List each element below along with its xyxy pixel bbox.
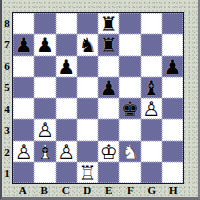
square-d2[interactable] [77, 141, 98, 162]
file-label-c: C [55, 183, 77, 196]
square-b6[interactable] [34, 56, 55, 77]
rank-label-1: 1 [2, 163, 12, 185]
square-h8[interactable] [162, 13, 183, 34]
square-c8[interactable] [56, 13, 77, 34]
square-a6[interactable] [13, 56, 34, 77]
white-bishop-glyph: ♗ [35, 142, 54, 161]
square-d7[interactable]: ♞ [77, 34, 98, 55]
file-label-a: A [12, 183, 34, 196]
square-a5[interactable] [13, 77, 34, 98]
black-bishop-glyph: ♝ [142, 78, 161, 97]
square-d1[interactable]: ♜♖ [77, 162, 98, 183]
white-pawn-glyph: ♙ [142, 99, 161, 118]
square-h6[interactable]: ♟ [162, 56, 183, 77]
square-b8[interactable] [34, 13, 55, 34]
square-g3[interactable] [141, 119, 162, 140]
black-pawn-glyph: ♟ [163, 57, 182, 76]
square-e6[interactable] [98, 56, 119, 77]
white-pawn[interactable]: ♟♙ [57, 142, 76, 161]
square-g7[interactable] [141, 34, 162, 55]
square-b4[interactable] [34, 98, 55, 119]
white-pawn-glyph: ♙ [57, 142, 76, 161]
square-f8[interactable] [119, 13, 140, 34]
black-pawn[interactable]: ♟ [35, 35, 54, 54]
square-f1[interactable] [119, 162, 140, 183]
white-king-glyph: ♔ [99, 142, 118, 161]
square-g5[interactable]: ♝ [141, 77, 162, 98]
black-pawn[interactable]: ♟ [99, 78, 118, 97]
rank-label-3: 3 [2, 120, 12, 142]
file-label-d: D [77, 183, 99, 196]
black-rook[interactable]: ♜ [99, 35, 118, 54]
black-knight-glyph: ♞ [78, 35, 97, 54]
white-pawn[interactable]: ♟♙ [35, 120, 54, 139]
white-king[interactable]: ♚♔ [99, 142, 118, 161]
square-h2[interactable] [162, 141, 183, 162]
white-pawn[interactable]: ♟♙ [142, 99, 161, 118]
black-pawn[interactable]: ♟ [57, 57, 76, 76]
square-f7[interactable] [119, 34, 140, 55]
square-a2[interactable]: ♟♙ [13, 141, 34, 162]
square-c3[interactable] [56, 119, 77, 140]
square-f6[interactable] [119, 56, 140, 77]
file-labels: ABCDEFGH [12, 183, 184, 196]
black-pawn-glyph: ♟ [35, 35, 54, 54]
chessboard-panel: 87654321 ♜♟♟♞♜♟♟♟♝♚♟♙♟♙♟♙♝♗♟♙♚♔♞♘♜♖ ABCD… [0, 0, 200, 200]
square-e8[interactable]: ♜ [98, 13, 119, 34]
square-b2[interactable]: ♝♗ [34, 141, 55, 162]
square-c2[interactable]: ♟♙ [56, 141, 77, 162]
square-f3[interactable] [119, 119, 140, 140]
square-d5[interactable] [77, 77, 98, 98]
black-rook-glyph: ♜ [99, 35, 118, 54]
square-e1[interactable] [98, 162, 119, 183]
square-h3[interactable] [162, 119, 183, 140]
square-b1[interactable] [34, 162, 55, 183]
rank-label-6: 6 [2, 55, 12, 77]
square-b5[interactable] [34, 77, 55, 98]
square-g6[interactable] [141, 56, 162, 77]
rank-labels: 87654321 [2, 12, 12, 184]
square-a8[interactable] [13, 13, 34, 34]
white-knight-glyph: ♘ [120, 142, 139, 161]
square-e5[interactable]: ♟ [98, 77, 119, 98]
square-d6[interactable] [77, 56, 98, 77]
square-b3[interactable]: ♟♙ [34, 119, 55, 140]
square-e2[interactable]: ♚♔ [98, 141, 119, 162]
black-bishop[interactable]: ♝ [142, 78, 161, 97]
rank-label-8: 8 [2, 12, 12, 34]
square-c7[interactable] [56, 34, 77, 55]
black-king-glyph: ♚ [120, 99, 139, 118]
square-c5[interactable] [56, 77, 77, 98]
square-d4[interactable] [77, 98, 98, 119]
rank-label-4: 4 [2, 98, 12, 120]
black-pawn-glyph: ♟ [14, 35, 33, 54]
black-rook[interactable]: ♜ [99, 14, 118, 33]
square-h1[interactable] [162, 162, 183, 183]
square-a1[interactable] [13, 162, 34, 183]
white-rook[interactable]: ♜♖ [78, 163, 97, 182]
square-f4[interactable]: ♚ [119, 98, 140, 119]
square-g2[interactable] [141, 141, 162, 162]
square-d8[interactable] [77, 13, 98, 34]
black-pawn[interactable]: ♟ [163, 57, 182, 76]
square-e7[interactable]: ♜ [98, 34, 119, 55]
rank-label-5: 5 [2, 77, 12, 99]
square-h4[interactable] [162, 98, 183, 119]
white-knight[interactable]: ♞♘ [120, 142, 139, 161]
file-label-e: E [98, 183, 120, 196]
white-pawn-glyph: ♙ [14, 142, 33, 161]
square-g1[interactable] [141, 162, 162, 183]
black-rook-glyph: ♜ [99, 14, 118, 33]
file-label-h: H [163, 183, 185, 196]
file-label-b: B [34, 183, 56, 196]
square-f2[interactable]: ♞♘ [119, 141, 140, 162]
rank-label-7: 7 [2, 34, 12, 56]
square-d3[interactable] [77, 119, 98, 140]
square-h7[interactable] [162, 34, 183, 55]
square-c1[interactable] [56, 162, 77, 183]
black-pawn-glyph: ♟ [99, 78, 118, 97]
board-grid: ♜♟♟♞♜♟♟♟♝♚♟♙♟♙♟♙♝♗♟♙♚♔♞♘♜♖ [12, 12, 184, 184]
square-a7[interactable]: ♟ [13, 34, 34, 55]
square-a4[interactable] [13, 98, 34, 119]
square-h5[interactable] [162, 77, 183, 98]
square-a3[interactable] [13, 119, 34, 140]
square-e4[interactable] [98, 98, 119, 119]
square-c4[interactable] [56, 98, 77, 119]
file-label-g: G [141, 183, 163, 196]
white-pawn[interactable]: ♟♙ [14, 142, 33, 161]
square-e3[interactable] [98, 119, 119, 140]
rank-label-2: 2 [2, 141, 12, 163]
black-pawn[interactable]: ♟ [14, 35, 33, 54]
square-c6[interactable]: ♟ [56, 56, 77, 77]
square-b7[interactable]: ♟ [34, 34, 55, 55]
square-f5[interactable] [119, 77, 140, 98]
white-bishop[interactable]: ♝♗ [35, 142, 54, 161]
white-pawn-glyph: ♙ [35, 120, 54, 139]
black-knight[interactable]: ♞ [78, 35, 97, 54]
black-pawn-glyph: ♟ [57, 57, 76, 76]
square-g8[interactable] [141, 13, 162, 34]
square-g4[interactable]: ♟♙ [141, 98, 162, 119]
black-king[interactable]: ♚ [120, 99, 139, 118]
file-label-f: F [120, 183, 142, 196]
white-rook-glyph: ♖ [78, 163, 97, 182]
